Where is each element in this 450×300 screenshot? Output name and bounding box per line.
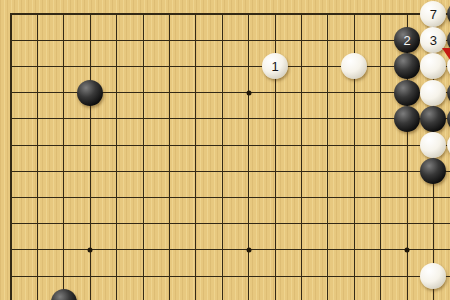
grid-hline: [10, 276, 450, 277]
grid-vline: [222, 13, 223, 300]
stone-white[interactable]: [420, 263, 446, 289]
grid-hline: [10, 13, 450, 15]
grid-hline: [10, 223, 450, 224]
stone-black[interactable]: [51, 289, 77, 300]
grid-vline: [195, 13, 196, 300]
go-board[interactable]: 7231: [0, 0, 450, 300]
grid-vline: [10, 13, 12, 300]
stone-white[interactable]: [341, 53, 367, 79]
grid-vline: [301, 13, 302, 300]
stone-white[interactable]: 1: [262, 53, 288, 79]
grid-vline: [63, 13, 64, 300]
grid-vline: [37, 13, 38, 300]
grid-hline: [10, 145, 450, 146]
grid-hline: [10, 118, 450, 119]
grid-vline: [248, 13, 249, 300]
stone-white[interactable]: 7: [420, 1, 446, 27]
grid-hline: [10, 40, 450, 41]
grid-hline: [10, 66, 450, 67]
move-number: 1: [271, 60, 278, 73]
grid-vline: [116, 13, 117, 300]
stone-black[interactable]: [77, 80, 103, 106]
stone-black[interactable]: [420, 158, 446, 184]
stone-black[interactable]: 2: [394, 27, 420, 53]
move-number: 7: [430, 8, 437, 21]
stone-white[interactable]: [420, 132, 446, 158]
grid-vline: [143, 13, 144, 300]
star-point: [405, 247, 410, 252]
grid-hline: [10, 249, 450, 250]
star-point: [246, 90, 251, 95]
star-point: [246, 247, 251, 252]
grid-vline: [90, 13, 91, 300]
red-triangle-marker: [442, 48, 450, 67]
stone-black[interactable]: [394, 106, 420, 132]
grid-vline: [169, 13, 170, 300]
star-point: [88, 247, 93, 252]
grid-hline: [10, 171, 450, 172]
grid-hline: [10, 197, 450, 198]
move-number: 3: [430, 34, 437, 47]
stone-white[interactable]: [420, 80, 446, 106]
stone-black[interactable]: [394, 53, 420, 79]
grid-vline: [380, 13, 381, 300]
stone-black[interactable]: [420, 106, 446, 132]
stone-black[interactable]: [394, 80, 420, 106]
grid-vline: [327, 13, 328, 300]
grid-hline: [10, 92, 450, 93]
move-number: 2: [403, 34, 410, 47]
